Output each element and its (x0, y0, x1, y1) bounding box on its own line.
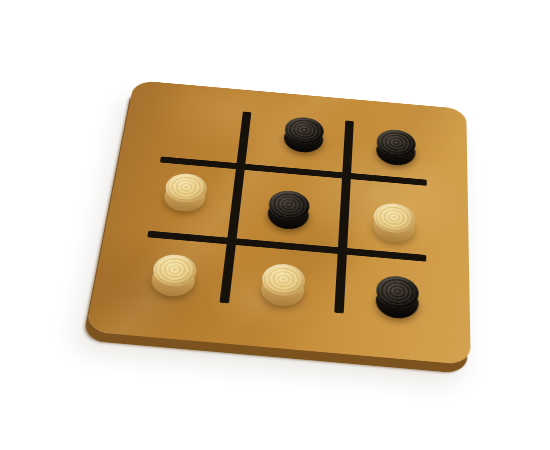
tic-tac-toe-board (85, 80, 470, 365)
white-piece[interactable] (373, 202, 415, 235)
white-piece[interactable] (163, 172, 208, 204)
black-piece[interactable] (268, 190, 311, 222)
board-perspective-wrapper (85, 80, 470, 365)
board-cells (106, 89, 453, 344)
cell-r0c0[interactable] (135, 89, 249, 167)
cell-r2c2[interactable] (338, 251, 454, 344)
cell-r2c1[interactable] (222, 241, 342, 333)
cell-r2c0[interactable] (106, 232, 232, 324)
cell-r0c1[interactable] (241, 98, 350, 176)
cell-r1c0[interactable] (121, 157, 240, 241)
cell-r1c1[interactable] (232, 166, 347, 251)
black-piece[interactable] (284, 116, 325, 146)
white-piece[interactable] (261, 262, 306, 297)
black-piece[interactable] (376, 274, 419, 309)
white-piece[interactable] (151, 253, 198, 288)
cell-r1c2[interactable] (342, 176, 452, 261)
cell-r0c2[interactable] (346, 106, 452, 184)
photo-scene (0, 0, 550, 450)
play-area (106, 89, 453, 344)
black-piece[interactable] (376, 128, 416, 158)
